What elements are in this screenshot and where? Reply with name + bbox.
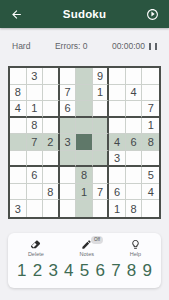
cell-r2c4[interactable]: 7 xyxy=(60,85,77,102)
numpad: 123456789 xyxy=(10,257,159,281)
numpad-8[interactable]: 8 xyxy=(127,262,136,281)
cell-r4c4[interactable] xyxy=(60,118,77,135)
cell-r4c5[interactable] xyxy=(76,118,93,135)
cell-r7c3[interactable] xyxy=(43,167,60,184)
delete-label: Delete xyxy=(28,251,44,257)
numpad-1[interactable]: 1 xyxy=(17,262,26,281)
cell-r4c9[interactable]: 1 xyxy=(142,118,159,135)
cell-r1c7[interactable] xyxy=(109,68,126,85)
cell-r9c5[interactable] xyxy=(76,200,93,217)
cell-r3c6[interactable] xyxy=(93,101,110,118)
cell-r8c6[interactable]: 7 xyxy=(93,184,110,201)
cell-r6c1[interactable] xyxy=(10,151,27,168)
sudoku-board: 398714416781723468368581764318 xyxy=(8,66,161,219)
cell-r2c3[interactable] xyxy=(43,85,60,102)
cell-r6c2[interactable] xyxy=(27,151,44,168)
cell-r1c1[interactable] xyxy=(10,68,27,85)
notes-off-badge: Off xyxy=(91,236,103,244)
cell-r2c1[interactable]: 8 xyxy=(10,85,27,102)
cell-r5c4[interactable]: 3 xyxy=(60,134,77,151)
cell-r1c3[interactable] xyxy=(43,68,60,85)
cell-r6c9[interactable] xyxy=(142,151,159,168)
cell-r1c9[interactable] xyxy=(142,68,159,85)
cell-r3c2[interactable]: 1 xyxy=(27,101,44,118)
control-card: Delete Off Notes Help 123456789 xyxy=(8,233,161,288)
cell-r5c6[interactable] xyxy=(93,134,110,151)
cell-r7c9[interactable]: 5 xyxy=(142,167,159,184)
cell-r8c1[interactable] xyxy=(10,184,27,201)
pause-icon[interactable] xyxy=(149,43,157,50)
cell-r9c9[interactable] xyxy=(142,200,159,217)
lightbulb-icon xyxy=(130,239,141,250)
cell-r1c8[interactable] xyxy=(126,68,143,85)
cell-r7c6[interactable] xyxy=(93,167,110,184)
cell-r8c2[interactable] xyxy=(27,184,44,201)
cell-r9c7[interactable]: 1 xyxy=(109,200,126,217)
cell-r6c7[interactable]: 3 xyxy=(109,151,126,168)
cell-r5c7[interactable]: 4 xyxy=(109,134,126,151)
cell-r3c1[interactable]: 4 xyxy=(10,101,27,118)
cell-r3c7[interactable] xyxy=(109,101,126,118)
numpad-4[interactable]: 4 xyxy=(64,262,73,281)
help-label: Help xyxy=(130,251,141,257)
difficulty-label: Hard xyxy=(12,41,30,51)
cell-r8c7[interactable]: 6 xyxy=(109,184,126,201)
restart-button[interactable] xyxy=(145,7,160,22)
cell-r2c2[interactable] xyxy=(27,85,44,102)
cell-r8c4[interactable] xyxy=(60,184,77,201)
notes-label: Notes xyxy=(80,251,94,257)
cell-r6c4[interactable] xyxy=(60,151,77,168)
cell-r4c2[interactable]: 8 xyxy=(27,118,44,135)
status-row: Hard Errors: 0 00:00:00 xyxy=(0,41,169,51)
timer-value: 00:00:00 xyxy=(112,41,145,51)
cell-r1c2[interactable]: 3 xyxy=(27,68,44,85)
cell-r9c1[interactable]: 3 xyxy=(10,200,27,217)
cell-r2c6[interactable]: 1 xyxy=(93,85,110,102)
numpad-7[interactable]: 7 xyxy=(111,262,120,281)
timer: 00:00:00 xyxy=(112,41,157,51)
cell-r3c3[interactable] xyxy=(43,101,60,118)
play-circle-icon xyxy=(146,8,159,21)
numpad-9[interactable]: 9 xyxy=(143,262,152,281)
cell-r8c5[interactable]: 1 xyxy=(76,184,93,201)
cell-r6c6[interactable] xyxy=(93,151,110,168)
numpad-5[interactable]: 5 xyxy=(80,262,89,281)
cell-r5c9[interactable]: 8 xyxy=(142,134,159,151)
cell-r4c1[interactable] xyxy=(10,118,27,135)
cell-r2c9[interactable] xyxy=(142,85,159,102)
cell-r6c5[interactable] xyxy=(76,151,93,168)
cell-r2c7[interactable] xyxy=(109,85,126,102)
cell-r1c6[interactable]: 9 xyxy=(93,68,110,85)
cell-r3c4[interactable]: 6 xyxy=(60,101,77,118)
cell-r1c4[interactable] xyxy=(60,68,77,85)
cell-r4c6[interactable] xyxy=(93,118,110,135)
cell-r9c8[interactable]: 8 xyxy=(126,200,143,217)
cell-r8c3[interactable]: 8 xyxy=(43,184,60,201)
errors-label: Errors: 0 xyxy=(55,41,88,51)
cell-r9c3[interactable] xyxy=(43,200,60,217)
app-bar: Sudoku xyxy=(0,0,169,28)
cell-r3c8[interactable] xyxy=(126,101,143,118)
cell-r9c2[interactable] xyxy=(27,200,44,217)
cell-r7c2[interactable]: 6 xyxy=(27,167,44,184)
numpad-2[interactable]: 2 xyxy=(33,262,42,281)
cell-r5c1[interactable] xyxy=(10,134,27,151)
cell-r7c4[interactable] xyxy=(60,167,77,184)
delete-button[interactable]: Delete xyxy=(28,239,44,257)
cell-r1c5[interactable] xyxy=(76,68,93,85)
cell-r7c1[interactable] xyxy=(10,167,27,184)
help-button[interactable]: Help xyxy=(130,239,141,257)
numpad-3[interactable]: 3 xyxy=(48,262,57,281)
page-title: Sudoku xyxy=(63,8,106,20)
cell-r5c3[interactable]: 2 xyxy=(43,134,60,151)
cell-r9c4[interactable] xyxy=(60,200,77,217)
cell-r3c5[interactable] xyxy=(76,101,93,118)
cell-r3c9[interactable]: 7 xyxy=(142,101,159,118)
cell-r4c8[interactable] xyxy=(126,118,143,135)
cell-r7c5[interactable]: 8 xyxy=(76,167,93,184)
cell-r6c8[interactable] xyxy=(126,151,143,168)
cell-r7c7[interactable] xyxy=(109,167,126,184)
eraser-icon xyxy=(30,239,41,250)
back-button[interactable] xyxy=(9,7,24,22)
cell-r6c3[interactable] xyxy=(43,151,60,168)
cell-r4c3[interactable] xyxy=(43,118,60,135)
cell-r5c2[interactable]: 7 xyxy=(27,134,44,151)
cell-r8c9[interactable]: 4 xyxy=(142,184,159,201)
controls-row: Delete Off Notes Help xyxy=(10,239,159,257)
cell-r8c8[interactable] xyxy=(126,184,143,201)
cell-r2c5[interactable] xyxy=(76,85,93,102)
back-arrow-icon xyxy=(10,8,23,21)
cell-r4c7[interactable] xyxy=(109,118,126,135)
cell-r2c8[interactable]: 4 xyxy=(126,85,143,102)
notes-button[interactable]: Off Notes xyxy=(80,239,94,257)
numpad-6[interactable]: 6 xyxy=(95,262,104,281)
cell-r5c5[interactable] xyxy=(76,134,93,151)
cell-r5c8[interactable]: 6 xyxy=(126,134,143,151)
cell-r7c8[interactable] xyxy=(126,167,143,184)
cell-r9c6[interactable] xyxy=(93,200,110,217)
